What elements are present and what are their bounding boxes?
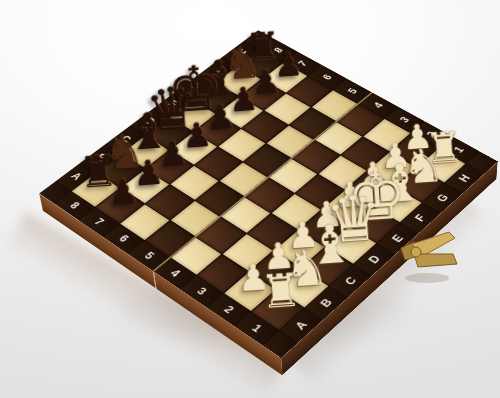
coordinate-text: 3 — [195, 286, 209, 297]
coordinate-text: 7 — [92, 217, 106, 227]
coordinate-text: 5 — [142, 251, 156, 261]
coordinate-text: F — [413, 213, 427, 223]
coordinate-text: 8 — [68, 201, 81, 211]
square-a5[interactable] — [145, 221, 195, 257]
coordinate-text: 6 — [117, 234, 131, 244]
coordinate-text: 4 — [372, 101, 385, 109]
coordinate-text: 4 — [168, 268, 182, 279]
coordinate-text: B — [318, 297, 334, 309]
black-pawn[interactable]: ♟ — [107, 176, 140, 210]
fold-seam-side — [153, 271, 157, 289]
coordinate-text: 6 — [321, 73, 334, 81]
coordinate-text: 1 — [249, 323, 263, 334]
brass-clasp-icon — [399, 229, 459, 285]
coordinate-text: 5 — [346, 87, 359, 95]
product-photo-scene: ABCDEFGH8♜♞♝♛♚♝♞♜87♟♟♟♟♟♟♟♟7665544332♟♟♟… — [0, 0, 500, 398]
coordinate-text: H — [457, 173, 472, 183]
coordinate-text: 2 — [222, 304, 236, 315]
coordinate-text: G — [435, 193, 451, 204]
white-rook[interactable]: ♜ — [259, 270, 303, 315]
coordinate-text: D — [367, 254, 383, 265]
coordinate-text: C — [343, 275, 359, 287]
coordinate-text: A — [293, 319, 309, 331]
